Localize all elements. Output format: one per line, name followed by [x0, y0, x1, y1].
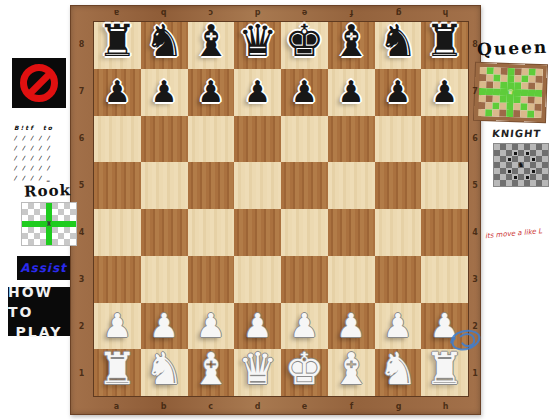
- square-h6[interactable]: [421, 116, 468, 163]
- app-window: abcdefgh abcdefgh 87654321 87654321 ♜♞♝♛…: [0, 0, 560, 420]
- move-target-dot: [508, 170, 511, 173]
- file-label-top-e: e: [281, 5, 328, 21]
- assist-button[interactable]: Assist: [17, 256, 70, 280]
- file-label-top-b: b: [140, 5, 187, 21]
- handwritten-red-note: its move a like L: [485, 226, 557, 240]
- square-b2[interactable]: ♟: [141, 303, 188, 350]
- rank-label-left-3: 3: [70, 256, 93, 303]
- rank-label-right-7: 7: [469, 68, 481, 115]
- square-c4[interactable]: [188, 209, 235, 256]
- square-g4[interactable]: [375, 209, 422, 256]
- move-target-dot: [532, 170, 535, 173]
- black-piece-p: ♟: [338, 77, 365, 107]
- black-piece-p: ♟: [431, 77, 458, 107]
- white-piece-p: ♟: [196, 309, 226, 342]
- chess-board: abcdefgh abcdefgh 87654321 87654321 ♜♞♝♛…: [70, 5, 481, 415]
- white-piece-p: ♟: [336, 309, 366, 342]
- square-g6[interactable]: [375, 116, 422, 163]
- square-b4[interactable]: [141, 209, 188, 256]
- black-piece-q: ♛: [238, 19, 277, 63]
- knight-moves-diagram: ♞: [493, 143, 549, 187]
- square-d1[interactable]: ♛: [234, 349, 281, 396]
- black-piece-b: ♝: [191, 19, 230, 63]
- black-piece-p: ♟: [104, 77, 131, 107]
- square-a2[interactable]: ♟: [94, 303, 141, 350]
- white-piece-p: ♟: [383, 309, 413, 342]
- square-h4[interactable]: [421, 209, 468, 256]
- how-to-play-line1: HOW TO: [8, 282, 70, 322]
- file-label-top-h: h: [422, 5, 469, 21]
- move-target-dot: [526, 152, 529, 155]
- square-f2[interactable]: ♟: [328, 303, 375, 350]
- square-e4[interactable]: [281, 209, 328, 256]
- file-labels-top: abcdefgh: [93, 5, 469, 21]
- black-piece-k: ♚: [285, 19, 324, 63]
- square-a5[interactable]: [94, 162, 141, 209]
- rank-label-right-1: 1: [469, 350, 481, 397]
- square-b3[interactable]: [141, 256, 188, 303]
- square-g1[interactable]: ♞: [375, 349, 422, 396]
- file-label-top-c: c: [187, 5, 234, 21]
- white-piece-b: ♝: [331, 347, 370, 391]
- rank-label-left-5: 5: [70, 162, 93, 209]
- square-b5[interactable]: [141, 162, 188, 209]
- white-piece-p: ♟: [290, 309, 320, 342]
- queen-diagram-label: Queen: [477, 37, 549, 59]
- rank-label-right-5: 5: [469, 162, 481, 209]
- file-label-top-f: f: [328, 5, 375, 21]
- white-piece-b: ♝: [191, 347, 230, 391]
- square-f1[interactable]: ♝: [328, 349, 375, 396]
- how-to-play-line2: PLAY: [16, 322, 63, 342]
- white-piece-p: ♟: [243, 309, 273, 342]
- square-e1[interactable]: ♚: [281, 349, 328, 396]
- file-label-bottom-h: h: [422, 398, 469, 414]
- file-label-bottom-c: c: [187, 398, 234, 414]
- rank-label-right-4: 4: [469, 209, 481, 256]
- file-label-bottom-e: e: [281, 398, 328, 414]
- square-c2[interactable]: ♟: [188, 303, 235, 350]
- black-piece-p: ♟: [197, 77, 224, 107]
- rank-label-left-1: 1: [70, 350, 93, 397]
- black-piece-p: ♟: [384, 77, 411, 107]
- square-e8[interactable]: ♚: [281, 22, 328, 69]
- white-piece-p: ♟: [103, 309, 133, 342]
- diagram-cell: [534, 111, 541, 118]
- square-f4[interactable]: [328, 209, 375, 256]
- assist-button-label: Assist: [20, 261, 67, 275]
- square-f6[interactable]: [328, 116, 375, 163]
- rank-label-left-2: 2: [70, 303, 93, 350]
- white-piece-p: ♟: [149, 309, 179, 342]
- move-target-dot: [514, 176, 517, 179]
- square-e7[interactable]: ♟: [281, 69, 328, 116]
- file-label-top-g: g: [375, 5, 422, 21]
- square-f3[interactable]: [328, 256, 375, 303]
- square-a8[interactable]: ♜: [94, 22, 141, 69]
- square-e6[interactable]: [281, 116, 328, 163]
- rank-label-right-3: 3: [469, 256, 481, 303]
- square-g8[interactable]: ♞: [375, 22, 422, 69]
- square-a3[interactable]: [94, 256, 141, 303]
- square-d3[interactable]: [234, 256, 281, 303]
- rank-label-left-4: 4: [70, 209, 93, 256]
- move-target-dot: [532, 158, 535, 161]
- black-piece-r: ♜: [425, 19, 464, 63]
- square-c6[interactable]: [188, 116, 235, 163]
- square-f8[interactable]: ♝: [328, 22, 375, 69]
- square-a7[interactable]: ♟: [94, 69, 141, 116]
- square-g3[interactable]: [375, 256, 422, 303]
- square-c3[interactable]: [188, 256, 235, 303]
- square-d7[interactable]: ♟: [234, 69, 281, 116]
- square-b1[interactable]: ♞: [141, 349, 188, 396]
- file-label-top-d: d: [234, 5, 281, 21]
- move-target-dot: [526, 176, 529, 179]
- forbidden-button[interactable]: [12, 58, 66, 108]
- file-label-bottom-g: g: [375, 398, 422, 414]
- square-a1[interactable]: ♜: [94, 349, 141, 396]
- white-piece-n: ♞: [378, 347, 417, 391]
- square-c8[interactable]: ♝: [188, 22, 235, 69]
- square-h3[interactable]: [421, 256, 468, 303]
- square-g5[interactable]: [375, 162, 422, 209]
- square-c7[interactable]: ♟: [188, 69, 235, 116]
- rank-label-left-8: 8: [70, 21, 93, 68]
- square-h1[interactable]: ♜: [421, 349, 468, 396]
- black-piece-r: ♜: [98, 19, 137, 63]
- square-h8[interactable]: ♜: [421, 22, 468, 69]
- file-label-bottom-d: d: [234, 398, 281, 414]
- black-piece-p: ♟: [244, 77, 271, 107]
- square-b7[interactable]: ♟: [141, 69, 188, 116]
- rank-label-right-8: 8: [469, 21, 481, 68]
- white-piece-n: ♞: [144, 347, 183, 391]
- square-a4[interactable]: [94, 209, 141, 256]
- square-g7[interactable]: ♟: [375, 69, 422, 116]
- square-f7[interactable]: ♟: [328, 69, 375, 116]
- square-g2[interactable]: ♟: [375, 303, 422, 350]
- square-e3[interactable]: [281, 256, 328, 303]
- knight-diagram-label: KNIGHT: [491, 128, 541, 139]
- square-d8[interactable]: ♛: [234, 22, 281, 69]
- square-e2[interactable]: ♟: [281, 303, 328, 350]
- file-label-bottom-a: a: [93, 398, 140, 414]
- queen-moves-diagram: ♛: [474, 63, 547, 122]
- square-c1[interactable]: ♝: [188, 349, 235, 396]
- square-f5[interactable]: [328, 162, 375, 209]
- black-piece-p: ♟: [151, 77, 178, 107]
- rook-diagram-label: Rook: [24, 181, 71, 201]
- black-piece-b: ♝: [331, 19, 370, 63]
- diagram-cell: [542, 180, 548, 186]
- square-b6[interactable]: [141, 116, 188, 163]
- black-piece-p: ♟: [291, 77, 318, 107]
- rank-label-left-6: 6: [70, 115, 93, 162]
- square-h5[interactable]: [421, 162, 468, 209]
- square-d2[interactable]: ♟: [234, 303, 281, 350]
- white-piece-r: ♜: [98, 347, 137, 391]
- black-piece-n: ♞: [378, 19, 417, 63]
- move-target-dot: [514, 152, 517, 155]
- board-grid: ♜♞♝♛♚♝♞♜♟♟♟♟♟♟♟♟♟♟♟♟♟♟♟♟♜♞♝♛♚♝♞♜: [93, 21, 469, 397]
- rank-labels-left: 87654321: [70, 21, 93, 397]
- square-c5[interactable]: [188, 162, 235, 209]
- no-entry-icon: [20, 64, 58, 102]
- white-piece-k: ♚: [285, 347, 324, 391]
- how-to-play-button[interactable]: HOW TO PLAY: [8, 287, 70, 336]
- file-label-top-a: a: [93, 5, 140, 21]
- black-piece-n: ♞: [144, 19, 183, 63]
- square-d5[interactable]: [234, 162, 281, 209]
- rook-moves-diagram: ♜: [21, 202, 77, 246]
- file-labels-bottom: abcdefgh: [93, 398, 469, 414]
- move-target-dot: [508, 158, 511, 161]
- rank-label-right-6: 6: [469, 115, 481, 162]
- square-a6[interactable]: [94, 116, 141, 163]
- scribble-notes: B!tf to / / / / / / / / / / / / / / / / …: [14, 123, 70, 183]
- rank-label-left-7: 7: [70, 68, 93, 115]
- square-h7[interactable]: ♟: [421, 69, 468, 116]
- white-piece-q: ♛: [238, 347, 277, 391]
- square-e5[interactable]: [281, 162, 328, 209]
- blue-pen-doodle: [446, 324, 485, 356]
- square-d4[interactable]: [234, 209, 281, 256]
- square-d6[interactable]: [234, 116, 281, 163]
- file-label-bottom-b: b: [140, 398, 187, 414]
- square-b8[interactable]: ♞: [141, 22, 188, 69]
- file-label-bottom-f: f: [328, 398, 375, 414]
